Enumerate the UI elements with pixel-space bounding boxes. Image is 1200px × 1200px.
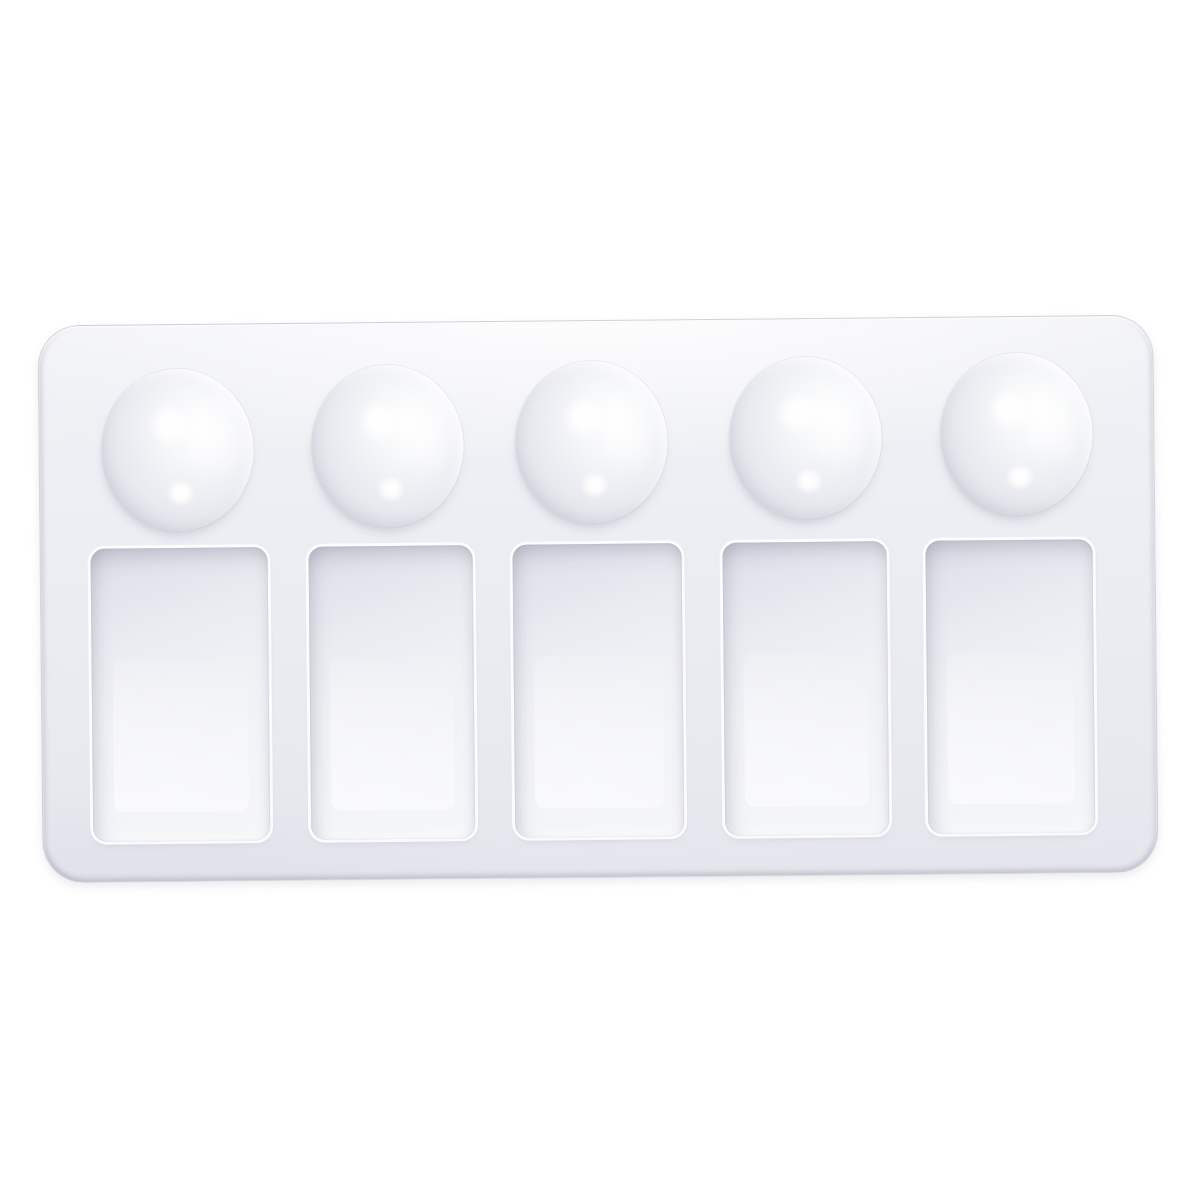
round-well-3 bbox=[515, 360, 669, 523]
photo-canvas bbox=[0, 0, 1200, 1200]
specular-highlight-top bbox=[775, 391, 821, 435]
rim-highlight bbox=[390, 384, 461, 482]
well-floor-sheen bbox=[534, 655, 664, 809]
specular-highlight-top bbox=[986, 387, 1032, 431]
rim-highlight bbox=[808, 376, 879, 474]
well-floor-sheen bbox=[743, 653, 869, 807]
well-floor-sheen bbox=[113, 659, 249, 813]
paint-palette-tray bbox=[37, 315, 1158, 884]
round-well-1 bbox=[101, 368, 255, 531]
rect-well-4 bbox=[722, 541, 889, 836]
specular-highlight-top bbox=[357, 399, 403, 443]
rim-highlight bbox=[594, 380, 665, 478]
rect-well-3 bbox=[512, 543, 684, 838]
well-floor-sheen bbox=[329, 657, 455, 811]
specular-highlight-top bbox=[147, 403, 193, 447]
round-well-5 bbox=[940, 352, 1094, 515]
specular-highlight-bottom bbox=[1005, 463, 1036, 491]
rect-well-2 bbox=[308, 545, 475, 840]
round-well-4 bbox=[729, 356, 883, 519]
specular-highlight-bottom bbox=[376, 475, 407, 503]
specular-highlight-bottom bbox=[166, 479, 197, 507]
well-floor-sheen bbox=[947, 651, 1075, 805]
specular-highlight-bottom bbox=[580, 471, 611, 499]
round-well-2 bbox=[311, 364, 465, 527]
specular-highlight-top bbox=[561, 395, 607, 439]
specular-highlight-bottom bbox=[794, 467, 825, 495]
rect-well-5 bbox=[925, 539, 1095, 834]
rect-well-1 bbox=[90, 547, 270, 842]
rim-highlight bbox=[1019, 372, 1090, 470]
rim-highlight bbox=[180, 388, 251, 486]
